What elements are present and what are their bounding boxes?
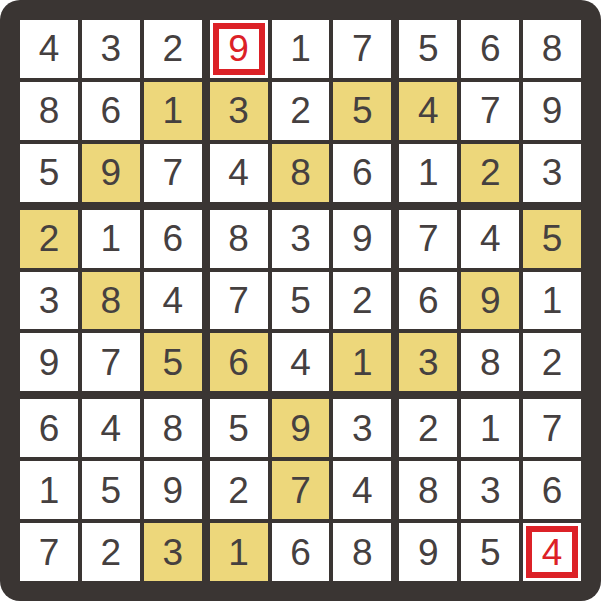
cell-r2c3[interactable]: 1 [144, 82, 202, 140]
cell-value: 1 [39, 472, 60, 509]
cell-value: 9 [101, 154, 122, 191]
cell-value: 9 [228, 30, 249, 67]
cell-value: 2 [101, 534, 122, 571]
cell-r3c4[interactable]: 4 [210, 144, 268, 202]
cell-r2c9[interactable]: 9 [523, 82, 581, 140]
cell-r4c1[interactable]: 2 [20, 210, 78, 268]
box-3-1: 648159723 [20, 399, 202, 581]
box-1-3: 568479123 [399, 20, 581, 202]
cell-r8c5[interactable]: 7 [272, 461, 330, 519]
cell-value: 8 [542, 30, 563, 67]
cell-value: 2 [162, 30, 183, 67]
cell-r2c2[interactable]: 6 [82, 82, 140, 140]
cell-value: 7 [352, 30, 373, 67]
cell-r6c8[interactable]: 8 [461, 333, 519, 391]
cell-r6c1[interactable]: 9 [20, 333, 78, 391]
cell-value: 4 [39, 30, 60, 67]
cell-r5c6[interactable]: 2 [333, 272, 391, 330]
cell-r1c3[interactable]: 2 [144, 20, 202, 78]
cell-r4c8[interactable]: 4 [461, 210, 519, 268]
cell-r7c7[interactable]: 2 [399, 399, 457, 457]
cell-value: 1 [101, 220, 122, 257]
cell-value: 8 [352, 534, 373, 571]
cell-r7c1[interactable]: 6 [20, 399, 78, 457]
cell-value: 8 [228, 220, 249, 257]
cell-value: 3 [352, 410, 373, 447]
cell-r9c8[interactable]: 5 [461, 523, 519, 581]
cell-value: 3 [228, 92, 249, 129]
cell-value: 7 [39, 534, 60, 571]
cell-r3c3[interactable]: 7 [144, 144, 202, 202]
cell-r5c9[interactable]: 1 [523, 272, 581, 330]
cell-value: 6 [290, 534, 311, 571]
cell-r8c9[interactable]: 6 [523, 461, 581, 519]
cell-value: 3 [290, 220, 311, 257]
cell-r3c5[interactable]: 8 [272, 144, 330, 202]
cell-value: 9 [418, 534, 439, 571]
cell-r9c5[interactable]: 6 [272, 523, 330, 581]
cell-value: 6 [542, 472, 563, 509]
cell-r8c7[interactable]: 8 [399, 461, 457, 519]
cell-value: 6 [480, 30, 501, 67]
cell-value: 1 [352, 344, 373, 381]
cell-value: 1 [542, 282, 563, 319]
cell-value: 2 [418, 410, 439, 447]
cell-value: 4 [542, 534, 563, 571]
cell-value: 8 [162, 410, 183, 447]
cell-r8c4[interactable]: 2 [210, 461, 268, 519]
cell-r5c7[interactable]: 6 [399, 272, 457, 330]
cell-r9c6[interactable]: 8 [333, 523, 391, 581]
cell-value: 1 [162, 92, 183, 129]
cell-r4c7[interactable]: 7 [399, 210, 457, 268]
cell-r7c5[interactable]: 9 [272, 399, 330, 457]
cell-value: 1 [228, 534, 249, 571]
cell-value: 4 [290, 344, 311, 381]
cell-value: 6 [162, 220, 183, 257]
cell-value: 5 [290, 282, 311, 319]
cell-value: 7 [542, 410, 563, 447]
cell-r7c3[interactable]: 8 [144, 399, 202, 457]
cell-value: 2 [480, 154, 501, 191]
cell-value: 4 [162, 282, 183, 319]
cell-value: 6 [101, 92, 122, 129]
cell-r5c2[interactable]: 8 [82, 272, 140, 330]
cell-r5c4[interactable]: 7 [210, 272, 268, 330]
box-1-2: 917325486 [210, 20, 392, 202]
cell-value: 6 [39, 410, 60, 447]
cell-value: 7 [228, 282, 249, 319]
cell-r9c4[interactable]: 1 [210, 523, 268, 581]
box-3-2: 593274168 [210, 399, 392, 581]
cell-r7c8[interactable]: 1 [461, 399, 519, 457]
cell-r2c5[interactable]: 2 [272, 82, 330, 140]
cell-value: 7 [290, 472, 311, 509]
cell-r3c2[interactable]: 9 [82, 144, 140, 202]
cell-value: 5 [542, 220, 563, 257]
cell-r2c8[interactable]: 7 [461, 82, 519, 140]
cell-value: 4 [228, 154, 249, 191]
cell-r3c1[interactable]: 5 [20, 144, 78, 202]
cell-r8c3[interactable]: 9 [144, 461, 202, 519]
cell-value: 4 [352, 472, 373, 509]
cell-value: 8 [418, 472, 439, 509]
cell-r6c5[interactable]: 4 [272, 333, 330, 391]
cell-value: 5 [162, 344, 183, 381]
cell-r9c9[interactable]: 4 [523, 523, 581, 581]
cell-value: 5 [101, 472, 122, 509]
cell-r4c9[interactable]: 5 [523, 210, 581, 268]
cell-r5c3[interactable]: 4 [144, 272, 202, 330]
cell-r1c8[interactable]: 6 [461, 20, 519, 78]
cell-r7c4[interactable]: 5 [210, 399, 268, 457]
cell-value: 2 [352, 282, 373, 319]
cell-r3c7[interactable]: 1 [399, 144, 457, 202]
cell-value: 4 [418, 92, 439, 129]
box-2-1: 216384975 [20, 210, 202, 392]
cell-value: 6 [228, 344, 249, 381]
cell-value: 5 [418, 30, 439, 67]
cell-value: 9 [542, 92, 563, 129]
box-2-3: 745691382 [399, 210, 581, 392]
cell-r1c5[interactable]: 1 [272, 20, 330, 78]
cell-r1c4[interactable]: 9 [210, 20, 268, 78]
cell-r9c3[interactable]: 3 [144, 523, 202, 581]
cell-value: 9 [352, 220, 373, 257]
sudoku-board: 4328615979173254865684791232163849758397… [20, 20, 581, 581]
cell-value: 7 [101, 344, 122, 381]
cell-r4c2[interactable]: 1 [82, 210, 140, 268]
box-3-3: 217836954 [399, 399, 581, 581]
cell-r9c7[interactable]: 9 [399, 523, 457, 581]
cell-value: 7 [480, 92, 501, 129]
cell-value: 3 [418, 344, 439, 381]
cell-value: 1 [418, 154, 439, 191]
cell-value: 9 [480, 282, 501, 319]
cell-r5c1[interactable]: 3 [20, 272, 78, 330]
cell-r8c6[interactable]: 4 [333, 461, 391, 519]
cell-r5c8[interactable]: 9 [461, 272, 519, 330]
cell-r2c7[interactable]: 4 [399, 82, 457, 140]
cell-r3c8[interactable]: 2 [461, 144, 519, 202]
cell-r6c9[interactable]: 2 [523, 333, 581, 391]
cell-r7c9[interactable]: 7 [523, 399, 581, 457]
cell-value: 2 [290, 92, 311, 129]
cell-value: 5 [39, 154, 60, 191]
cell-r7c2[interactable]: 4 [82, 399, 140, 457]
cell-r6c2[interactable]: 7 [82, 333, 140, 391]
cell-r8c1[interactable]: 1 [20, 461, 78, 519]
cell-r6c3[interactable]: 5 [144, 333, 202, 391]
cell-value: 7 [162, 154, 183, 191]
cell-value: 1 [290, 30, 311, 67]
cell-value: 5 [228, 410, 249, 447]
cell-r5c5[interactable]: 5 [272, 272, 330, 330]
cell-r4c6[interactable]: 9 [333, 210, 391, 268]
cell-r8c2[interactable]: 5 [82, 461, 140, 519]
cell-r9c1[interactable]: 7 [20, 523, 78, 581]
box-2-2: 839752641 [210, 210, 392, 392]
cell-r6c6[interactable]: 1 [333, 333, 391, 391]
cell-value: 2 [39, 220, 60, 257]
cell-value: 9 [162, 472, 183, 509]
box-1-1: 432861597 [20, 20, 202, 202]
cell-value: 6 [418, 282, 439, 319]
cell-r3c6[interactable]: 6 [333, 144, 391, 202]
cell-value: 3 [162, 534, 183, 571]
cell-value: 3 [480, 472, 501, 509]
cell-r6c7[interactable]: 3 [399, 333, 457, 391]
sudoku-frame: 4328615979173254865684791232163849758397… [0, 0, 601, 601]
cell-r2c1[interactable]: 8 [20, 82, 78, 140]
cell-r1c7[interactable]: 5 [399, 20, 457, 78]
cell-value: 4 [101, 410, 122, 447]
cell-r6c4[interactable]: 6 [210, 333, 268, 391]
cell-value: 8 [480, 344, 501, 381]
cell-value: 9 [39, 344, 60, 381]
cell-r8c8[interactable]: 3 [461, 461, 519, 519]
cell-r7c6[interactable]: 3 [333, 399, 391, 457]
cell-value: 1 [480, 410, 501, 447]
cell-r4c5[interactable]: 3 [272, 210, 330, 268]
cell-r2c4[interactable]: 3 [210, 82, 268, 140]
cell-r1c1[interactable]: 4 [20, 20, 78, 78]
cell-value: 6 [352, 154, 373, 191]
cell-value: 3 [101, 30, 122, 67]
cell-r2c6[interactable]: 5 [333, 82, 391, 140]
cell-value: 2 [542, 344, 563, 381]
cell-r4c4[interactable]: 8 [210, 210, 268, 268]
cell-value: 4 [480, 220, 501, 257]
cell-value: 9 [290, 410, 311, 447]
cell-value: 3 [39, 282, 60, 319]
cell-r1c2[interactable]: 3 [82, 20, 140, 78]
cell-value: 2 [228, 472, 249, 509]
cell-value: 8 [290, 154, 311, 191]
cell-r9c2[interactable]: 2 [82, 523, 140, 581]
cell-value: 7 [418, 220, 439, 257]
cell-value: 5 [352, 92, 373, 129]
cell-value: 8 [101, 282, 122, 319]
cell-r1c6[interactable]: 7 [333, 20, 391, 78]
cell-r3c9[interactable]: 3 [523, 144, 581, 202]
cell-value: 5 [480, 534, 501, 571]
cell-r4c3[interactable]: 6 [144, 210, 202, 268]
cell-value: 8 [39, 92, 60, 129]
cell-r1c9[interactable]: 8 [523, 20, 581, 78]
cell-value: 3 [542, 154, 563, 191]
